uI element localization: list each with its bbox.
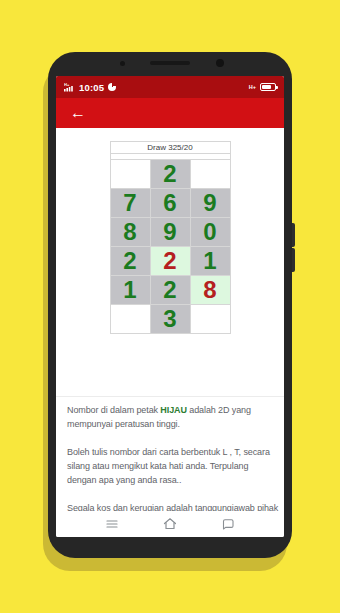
phone-frame: H+ 10:05 H+ ← Draw 325/20 — [48, 52, 292, 558]
chart-cell: 6 — [150, 189, 190, 218]
data-saver-icon — [108, 83, 116, 91]
app-bar: ← — [56, 98, 284, 128]
draw-chart-table: Draw 325/20 2 7 6 9 8 9 0 — [110, 141, 231, 334]
volume-button — [292, 223, 295, 247]
content-area: Draw 325/20 2 7 6 9 8 9 0 — [56, 141, 284, 515]
chart-cell: 2 — [150, 276, 190, 305]
chart-cell: 1 — [190, 247, 230, 276]
status-bar: H+ 10:05 H+ — [56, 76, 284, 98]
chart-cell: 9 — [190, 189, 230, 218]
front-camera — [216, 59, 224, 67]
menu-icon[interactable] — [105, 517, 119, 531]
chart-cell-highlighted: 2 — [150, 247, 190, 276]
notes-section: Nombor di dalam petak HIJAU adalah 2D ya… — [56, 397, 284, 515]
chart-cell-empty — [190, 305, 230, 334]
draw-title: Draw 325/20 — [110, 142, 230, 154]
chart-cell: 2 — [150, 160, 190, 189]
network-type-label: H+ — [249, 84, 256, 90]
sensor-dot — [120, 61, 125, 66]
power-button — [292, 248, 295, 272]
note-howto: Boleh tulis nombor dari carta berbentuk … — [67, 445, 280, 487]
chart-cell: 0 — [190, 218, 230, 247]
app-background: { "game": "2D/4D lottery prediction numb… — [0, 0, 340, 613]
chart-cell: 2 — [110, 247, 150, 276]
android-nav-bar — [56, 511, 284, 537]
home-icon[interactable] — [163, 517, 177, 531]
back-arrow-icon[interactable]: ← — [70, 105, 86, 121]
chart-cell: 1 — [110, 276, 150, 305]
chart-cell: 8 — [110, 218, 150, 247]
earpiece-speaker — [150, 61, 190, 65]
chart-cell-empty — [110, 305, 150, 334]
chart-cell: 7 — [110, 189, 150, 218]
svg-text:H+: H+ — [64, 82, 70, 87]
hijau-highlight: HIJAU — [160, 405, 187, 415]
status-time: 10:05 — [79, 82, 104, 93]
chart-cell-empty — [190, 160, 230, 189]
chart-cell: 9 — [150, 218, 190, 247]
chart-cell-highlighted: 8 — [190, 276, 230, 305]
chart-cell-empty — [110, 160, 150, 189]
phone-screen: H+ 10:05 H+ ← Draw 325/20 — [56, 76, 284, 537]
note-green-info: Nombor di dalam petak HIJAU adalah 2D ya… — [67, 403, 280, 431]
chart-cell: 3 — [150, 305, 190, 334]
battery-icon — [260, 83, 276, 91]
recents-back-icon[interactable] — [221, 517, 235, 531]
signal-bars-icon: H+ — [64, 82, 75, 92]
